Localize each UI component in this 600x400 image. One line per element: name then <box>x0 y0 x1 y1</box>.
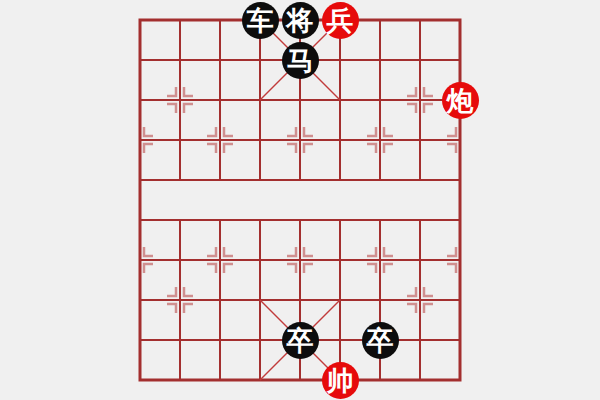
piece-red-general[interactable]: 帅 <box>322 362 359 399</box>
piece-black-horse[interactable]: 马 <box>282 42 319 79</box>
piece-black-general[interactable]: 将 <box>282 2 319 39</box>
piece-black-soldier-2[interactable]: 卒 <box>362 322 399 359</box>
xiangqi-board: 车将兵马炮卒卒帅 <box>0 0 600 400</box>
piece-red-soldier[interactable]: 兵 <box>322 2 359 39</box>
piece-black-soldier-1[interactable]: 卒 <box>282 322 319 359</box>
piece-black-chariot[interactable]: 车 <box>242 2 279 39</box>
piece-red-cannon[interactable]: 炮 <box>442 82 479 119</box>
piece-grid: 车将兵马炮卒卒帅 <box>120 0 480 400</box>
